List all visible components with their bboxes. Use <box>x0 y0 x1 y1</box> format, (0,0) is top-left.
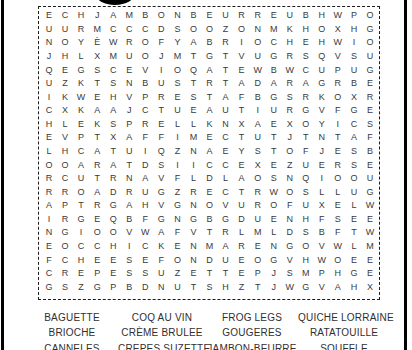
grid-cell: V <box>121 226 137 240</box>
grid-cell: G <box>266 253 282 267</box>
grid-cell: T <box>266 131 282 145</box>
grid-cell: D <box>153 23 169 37</box>
grid-cell: S <box>362 118 378 132</box>
grid-cell: G <box>105 199 121 213</box>
grid-cell: E <box>330 145 346 159</box>
grid-cell: V <box>153 172 169 186</box>
grid-cell: J <box>89 9 105 23</box>
grid-cell: D <box>201 253 217 267</box>
grid-cell: S <box>201 280 217 294</box>
grid-cell: R <box>250 185 266 199</box>
grid-cell: I <box>169 131 185 145</box>
word-list-item: QUICHE LORRAINE <box>298 310 390 325</box>
grid-cell: V <box>282 253 298 267</box>
grid-cell: G <box>346 104 362 118</box>
grid-cell: U <box>362 50 378 64</box>
grid-cell: L <box>185 172 201 186</box>
grid-cell: G <box>57 226 73 240</box>
grid-cell: C <box>346 118 362 132</box>
grid-cell: W <box>330 9 346 23</box>
word-list-item: SOUFFLE <box>298 341 390 350</box>
grid-cell: C <box>57 172 73 186</box>
grid-cell: X <box>57 104 73 118</box>
grid-cell: J <box>121 104 137 118</box>
grid-cell: K <box>282 23 298 37</box>
grid-cell: V <box>314 104 330 118</box>
grid-cell: H <box>346 23 362 37</box>
grid-cell: G <box>282 240 298 254</box>
word-list-column-3: FROG LEGS GOUGERES JAMBON-BEURRE <box>206 310 298 350</box>
word-list-item: BRIOCHE <box>26 325 118 340</box>
grid-cell: D <box>282 226 298 240</box>
grid-cell: Q <box>153 145 169 159</box>
grid-cell: M <box>169 50 185 64</box>
grid-cell: B <box>362 145 378 159</box>
grid-cell: U <box>137 185 153 199</box>
grid-cell: G <box>314 77 330 91</box>
grid-cell: A <box>266 77 282 91</box>
grid-cell: I <box>250 104 266 118</box>
grid-cell: E <box>57 63 73 77</box>
grid-cell: R <box>218 226 234 240</box>
grid-cell: E <box>41 9 57 23</box>
grid-cell: H <box>314 9 330 23</box>
grid-cell: O <box>89 226 105 240</box>
grid-cell: B <box>201 36 217 50</box>
grid-cell: X <box>250 158 266 172</box>
grid-cell: O <box>57 240 73 254</box>
grid-cell: F <box>362 131 378 145</box>
grid-cell: C <box>57 9 73 23</box>
word-list-item: COQ AU VIN <box>118 310 206 325</box>
grid-cell: R <box>57 267 73 281</box>
grid-cell: H <box>73 253 89 267</box>
grid-cell: C <box>41 267 57 281</box>
grid-cell: P <box>57 199 73 213</box>
grid-cell: O <box>298 118 314 132</box>
grid-cell: R <box>282 77 298 91</box>
grid-cell: H <box>218 280 234 294</box>
grid-cell: R <box>185 185 201 199</box>
grid-cell: A <box>121 131 137 145</box>
grid-cell: Z <box>218 23 234 37</box>
grid-cell: R <box>57 185 73 199</box>
grid-cell: I <box>41 90 57 104</box>
grid-cell: A <box>185 36 201 50</box>
grid-cell: W <box>362 199 378 213</box>
grid-cell: X <box>330 23 346 37</box>
grid-cell: X <box>105 131 121 145</box>
grid-cell: M <box>362 240 378 254</box>
grid-cell: T <box>89 172 105 186</box>
grid-cell: U <box>298 199 314 213</box>
grid-cell: C <box>105 63 121 77</box>
grid-cell: E <box>234 253 250 267</box>
grid-cell: R <box>57 213 73 227</box>
grid-cell: R <box>250 9 266 23</box>
grid-cell: T <box>218 77 234 91</box>
grid-cell: O <box>362 36 378 50</box>
grid-cell: E <box>73 118 89 132</box>
grid-cell: U <box>121 145 137 159</box>
grid-cell: E <box>362 267 378 281</box>
grid-cell: F <box>137 131 153 145</box>
grid-cell: W <box>314 253 330 267</box>
grid-cell: G <box>362 63 378 77</box>
grid-cell: Z <box>169 145 185 159</box>
grid-cell: A <box>346 131 362 145</box>
grid-cell: G <box>185 213 201 227</box>
grid-cell: O <box>330 90 346 104</box>
grid-cell: F <box>153 253 169 267</box>
grid-cell: T <box>153 104 169 118</box>
grid-cell: E <box>73 267 89 281</box>
grid-cell: E <box>169 90 185 104</box>
grid-cell: R <box>330 77 346 91</box>
grid-cell: U <box>234 199 250 213</box>
grid-cell: H <box>330 267 346 281</box>
grid-cell: K <box>89 118 105 132</box>
grid-cell: O <box>201 199 217 213</box>
grid-cell: E <box>362 253 378 267</box>
grid-cell: F <box>153 36 169 50</box>
grid-cell: W <box>73 90 89 104</box>
grid-cell: L <box>330 185 346 199</box>
grid-cell: Q <box>105 213 121 227</box>
grid-cell: V <box>57 131 73 145</box>
grid-cell: T <box>346 226 362 240</box>
grid-cell: U <box>298 158 314 172</box>
grid-cell: N <box>282 213 298 227</box>
grid-cell: B <box>137 9 153 23</box>
grid-cell: Q <box>314 50 330 64</box>
grid-cell: H <box>105 240 121 254</box>
grid-cell: E <box>362 158 378 172</box>
grid-cell: O <box>362 9 378 23</box>
grid-cell: H <box>41 118 57 132</box>
grid-cell: O <box>266 199 282 213</box>
grid-cell: V <box>121 90 137 104</box>
grid-cell: S <box>330 213 346 227</box>
grid-cell: C <box>137 23 153 37</box>
grid-cell: E <box>137 253 153 267</box>
grid-cell: L <box>218 172 234 186</box>
grid-cell: O <box>137 36 153 50</box>
grid-cell: D <box>250 77 266 91</box>
grid-cell: D <box>201 172 217 186</box>
grid-cell: W <box>137 226 153 240</box>
grid-cell: S <box>266 172 282 186</box>
grid-cell: S <box>121 267 137 281</box>
grid-cell: B <box>250 90 266 104</box>
grid-cell: F <box>330 104 346 118</box>
grid-cell: R <box>298 90 314 104</box>
grid-cell: Z <box>282 158 298 172</box>
grid-cell: E <box>89 90 105 104</box>
grid-cell: V <box>137 63 153 77</box>
grid-cell: U <box>218 253 234 267</box>
grid-cell: U <box>218 104 234 118</box>
grid-cell: O <box>234 23 250 37</box>
grid-cell: E <box>201 9 217 23</box>
grid-cell: B <box>185 9 201 23</box>
grid-cell: U <box>250 213 266 227</box>
grid-cell: U <box>362 172 378 186</box>
grid-cell: U <box>41 77 57 91</box>
grid-cell: D <box>137 280 153 294</box>
grid-cell: D <box>234 213 250 227</box>
grid-cell: I <box>137 145 153 159</box>
grid-cell: U <box>57 23 73 37</box>
grid-cell: B <box>314 226 330 240</box>
grid-cell: M <box>201 240 217 254</box>
grid-cell: E <box>234 63 250 77</box>
grid-cell: S <box>137 267 153 281</box>
grid-cell: N <box>153 280 169 294</box>
grid-cell: U <box>250 131 266 145</box>
grid-cell: C <box>121 23 137 37</box>
grid-cell: V <box>153 199 169 213</box>
grid-cell: G <box>362 185 378 199</box>
grid-cell: R <box>41 185 57 199</box>
grid-cell: I <box>153 63 169 77</box>
grid-cell: V <box>185 226 201 240</box>
grid-cell: T <box>234 131 250 145</box>
grid-cell: F <box>282 199 298 213</box>
grid-cell: E <box>266 213 282 227</box>
grid-cell: W <box>282 63 298 77</box>
grid-cell: M <box>105 50 121 64</box>
grid-cell: Y <box>73 36 89 50</box>
grid-cell: M <box>250 226 266 240</box>
grid-cell: E <box>89 253 105 267</box>
grid-cell: G <box>201 50 217 64</box>
grid-cell: U <box>346 63 362 77</box>
grid-cell: A <box>201 63 217 77</box>
grid-cell: A <box>201 104 217 118</box>
grid-cell: B <box>121 213 137 227</box>
grid-cell: S <box>57 280 73 294</box>
grid-cell: W <box>105 36 121 50</box>
grid-cell: Y <box>314 118 330 132</box>
grid-cell: E <box>362 213 378 227</box>
grid-cell: F <box>169 226 185 240</box>
grid-cell: R <box>137 118 153 132</box>
grid-cell: A <box>73 158 89 172</box>
grid-cell: E <box>121 63 137 77</box>
grid-cell: H <box>298 23 314 37</box>
grid-cell: X <box>346 90 362 104</box>
grid-cell: A <box>105 158 121 172</box>
grid-cell: C <box>137 240 153 254</box>
grid-cell: R <box>362 90 378 104</box>
grid-cell: U <box>169 280 185 294</box>
grid-cell: G <box>298 104 314 118</box>
grid-cell: E <box>234 267 250 281</box>
grid-cell: P <box>346 9 362 23</box>
grid-cell: B <box>346 77 362 91</box>
grid-cell: S <box>298 50 314 64</box>
grid-cell: E <box>346 253 362 267</box>
grid-cell: Q <box>41 63 57 77</box>
grid-cell: L <box>234 226 250 240</box>
grid-cell: E <box>362 77 378 91</box>
grid-cell: G <box>41 280 57 294</box>
grid-cell: T <box>218 267 234 281</box>
grid-cell: Z <box>169 185 185 199</box>
grid-cell: E <box>266 158 282 172</box>
grid-cell: E <box>169 240 185 254</box>
grid-cell: O <box>314 23 330 37</box>
grid-cell: S <box>346 145 362 159</box>
grid-cell: I <box>234 36 250 50</box>
grid-cell: K <box>153 240 169 254</box>
grid-cell: D <box>105 185 121 199</box>
grid-cell: G <box>153 213 169 227</box>
site-logo-partial <box>95 0 135 5</box>
grid-cell: T <box>250 280 266 294</box>
grid-cell: L <box>57 118 73 132</box>
grid-cell: D <box>137 158 153 172</box>
grid-cell: A <box>41 199 57 213</box>
grid-cell: G <box>346 267 362 281</box>
grid-cell: S <box>298 185 314 199</box>
grid-cell: R <box>234 9 250 23</box>
grid-cell: H <box>105 90 121 104</box>
grid-cell: V <box>314 280 330 294</box>
page-right-edge-line <box>404 0 407 350</box>
grid-cell: P <box>250 267 266 281</box>
grid-cell: C <box>137 104 153 118</box>
grid-cell: J <box>282 131 298 145</box>
grid-cell: I <box>121 240 137 254</box>
grid-cell: O <box>282 185 298 199</box>
grid-cell: F <box>41 253 57 267</box>
grid-cell: Q <box>298 172 314 186</box>
grid-cell: X <box>282 118 298 132</box>
grid-cell: I <box>73 226 89 240</box>
grid-cell: Y <box>169 36 185 50</box>
grid-cell: R <box>250 199 266 213</box>
grid-cell: N <box>41 36 57 50</box>
grid-cell: A <box>234 77 250 91</box>
word-list-item: GOUGERES <box>206 325 298 340</box>
grid-cell: O <box>298 240 314 254</box>
grid-cell: K <box>73 104 89 118</box>
grid-cell: F <box>298 145 314 159</box>
grid-cell: N <box>218 118 234 132</box>
grid-cell: R <box>73 23 89 37</box>
grid-cell: O <box>105 226 121 240</box>
grid-cell: E <box>105 253 121 267</box>
grid-cell: J <box>266 267 282 281</box>
word-list-item: CREPES SUZETTE <box>118 341 206 350</box>
grid-cell: U <box>73 172 89 186</box>
grid-cell: H <box>73 9 89 23</box>
grid-cell: I <box>346 36 362 50</box>
word-list-item: FROG LEGS <box>206 310 298 325</box>
grid-cell: I <box>169 158 185 172</box>
grid-cell: O <box>153 9 169 23</box>
grid-cell: V <box>234 50 250 64</box>
word-list-column-2: COQ AU VIN CRÈME BRULEE CREPES SUZETTE <box>118 310 206 350</box>
page-left-edge-line <box>1 0 4 350</box>
grid-cell: C <box>89 240 105 254</box>
grid-cell: C <box>201 158 217 172</box>
grid-cell: A <box>105 104 121 118</box>
grid-cell: T <box>185 280 201 294</box>
grid-cell: H <box>57 145 73 159</box>
grid-cell: H <box>298 253 314 267</box>
word-list-item: RATATOUILLE <box>298 325 390 340</box>
grid-cell: X <box>314 199 330 213</box>
grid-cell: N <box>185 240 201 254</box>
grid-cell: H <box>346 280 362 294</box>
grid-cell: E <box>185 267 201 281</box>
grid-cell: T <box>89 77 105 91</box>
grid-cell: C <box>73 240 89 254</box>
grid-cell: R <box>282 104 298 118</box>
grid-cell: S <box>282 90 298 104</box>
grid-cell: E <box>330 199 346 213</box>
grid-cell: E <box>234 158 250 172</box>
grid-cell: H <box>282 36 298 50</box>
grid-cell: P <box>121 118 137 132</box>
grid-cell: O <box>41 158 57 172</box>
word-list-column-4: QUICHE LORRAINE RATATOUILLE SOUFFLE <box>298 310 390 350</box>
grid-cell: G <box>153 185 169 199</box>
word-list-item: BAGUETTE <box>26 310 118 325</box>
grid-cell: C <box>266 36 282 50</box>
grid-cell: T <box>330 131 346 145</box>
grid-cell: A <box>89 185 105 199</box>
grid-cell: T <box>105 145 121 159</box>
grid-cell: O <box>250 36 266 50</box>
grid-cell: T <box>234 104 250 118</box>
grid-cell: T <box>185 50 201 64</box>
grid-cell: W <box>250 63 266 77</box>
grid-cell: L <box>346 240 362 254</box>
grid-cell: N <box>169 9 185 23</box>
grid-cell: G <box>73 63 89 77</box>
grid-cell: U <box>282 9 298 23</box>
grid-cell: E <box>314 158 330 172</box>
grid-cell: O <box>282 145 298 159</box>
grid-cell: T <box>218 50 234 64</box>
grid-cell: N <box>282 172 298 186</box>
grid-cell: E <box>185 104 201 118</box>
grid-cell: O <box>330 253 346 267</box>
grid-cell: U <box>266 104 282 118</box>
grid-cell: J <box>41 50 57 64</box>
grid-cell: N <box>266 240 282 254</box>
grid-cell: T <box>298 131 314 145</box>
grid-cell: R <box>41 172 57 186</box>
grid-cell: C <box>298 63 314 77</box>
grid-cell: F <box>330 226 346 240</box>
grid-cell: G <box>89 280 105 294</box>
grid-cell: E <box>266 9 282 23</box>
grid-cell: T <box>201 226 217 240</box>
grid-cell: T <box>121 158 137 172</box>
word-list-item: CANNELES <box>26 341 118 350</box>
grid-cell: N <box>121 172 137 186</box>
grid-cell: R <box>330 158 346 172</box>
grid-cell: U <box>314 63 330 77</box>
grid-cell: V <box>330 50 346 64</box>
grid-cell: R <box>201 77 217 91</box>
grid-cell: F <box>314 213 330 227</box>
